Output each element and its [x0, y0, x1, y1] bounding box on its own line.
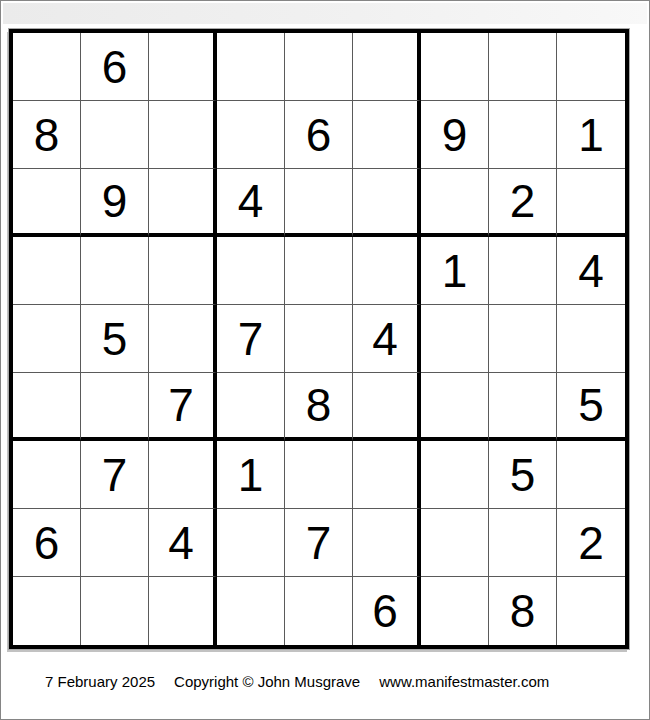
cell-r5c5 — [285, 305, 353, 373]
cell-r8c1: 6 — [13, 509, 81, 577]
cell-r2c2 — [81, 101, 149, 169]
cell-r4c1 — [13, 237, 81, 305]
cell-r6c5: 8 — [285, 373, 353, 441]
cell-r6c9: 5 — [557, 373, 625, 441]
cell-r9c9 — [557, 577, 625, 645]
cell-r7c7 — [421, 441, 489, 509]
cell-r8c5: 7 — [285, 509, 353, 577]
footer: 7 February 2025Copyright © John Musgrave… — [45, 673, 549, 690]
cell-r4c2 — [81, 237, 149, 305]
cell-r5c4: 7 — [217, 305, 285, 373]
cell-r9c8: 8 — [489, 577, 557, 645]
cell-r8c9: 2 — [557, 509, 625, 577]
cell-r9c4 — [217, 577, 285, 645]
cell-r8c2 — [81, 509, 149, 577]
cell-r4c6 — [353, 237, 421, 305]
cell-r7c9 — [557, 441, 625, 509]
cell-r1c7 — [421, 33, 489, 101]
cell-r1c3 — [149, 33, 217, 101]
cell-r2c4 — [217, 101, 285, 169]
cell-r3c2: 9 — [81, 169, 149, 237]
cell-r1c9 — [557, 33, 625, 101]
cell-r1c8 — [489, 33, 557, 101]
cell-r3c7 — [421, 169, 489, 237]
cell-r2c5: 6 — [285, 101, 353, 169]
cell-r2c1: 8 — [13, 101, 81, 169]
sudoku-board: 6869194214574785715647268 — [9, 29, 629, 649]
cell-r7c6 — [353, 441, 421, 509]
cell-r8c4 — [217, 509, 285, 577]
cell-r4c5 — [285, 237, 353, 305]
cell-r3c3 — [149, 169, 217, 237]
cell-r6c8 — [489, 373, 557, 441]
cell-r7c5 — [285, 441, 353, 509]
cell-r5c2: 5 — [81, 305, 149, 373]
cell-r1c6 — [353, 33, 421, 101]
cell-r9c3 — [149, 577, 217, 645]
cell-r3c1 — [13, 169, 81, 237]
cell-r4c8 — [489, 237, 557, 305]
cell-r9c1 — [13, 577, 81, 645]
footer-date: 7 February 2025 — [45, 673, 155, 690]
cell-r1c5 — [285, 33, 353, 101]
cell-r6c4 — [217, 373, 285, 441]
cell-r2c9: 1 — [557, 101, 625, 169]
cell-r8c8 — [489, 509, 557, 577]
puzzle-page: 6869194214574785715647268 7 February 202… — [0, 0, 650, 720]
cell-r9c2 — [81, 577, 149, 645]
cell-r5c6: 4 — [353, 305, 421, 373]
cell-r7c4: 1 — [217, 441, 285, 509]
cell-r8c3: 4 — [149, 509, 217, 577]
cell-r2c8 — [489, 101, 557, 169]
cell-r1c2: 6 — [81, 33, 149, 101]
cell-r3c8: 2 — [489, 169, 557, 237]
cell-r4c7: 1 — [421, 237, 489, 305]
cell-r7c3 — [149, 441, 217, 509]
cell-r2c7: 9 — [421, 101, 489, 169]
cell-r5c9 — [557, 305, 625, 373]
titlebar — [3, 3, 647, 24]
cell-r7c2: 7 — [81, 441, 149, 509]
cell-r7c8: 5 — [489, 441, 557, 509]
cell-r6c2 — [81, 373, 149, 441]
cell-r8c6 — [353, 509, 421, 577]
cell-r9c6: 6 — [353, 577, 421, 645]
footer-url: www.manifestmaster.com — [379, 673, 549, 690]
cell-r6c7 — [421, 373, 489, 441]
cell-r4c9: 4 — [557, 237, 625, 305]
cell-r2c3 — [149, 101, 217, 169]
cell-r1c4 — [217, 33, 285, 101]
cell-r3c6 — [353, 169, 421, 237]
cell-r8c7 — [421, 509, 489, 577]
cell-r6c6 — [353, 373, 421, 441]
cell-r5c8 — [489, 305, 557, 373]
cell-r4c4 — [217, 237, 285, 305]
cell-r1c1 — [13, 33, 81, 101]
cell-r3c9 — [557, 169, 625, 237]
cell-r5c3 — [149, 305, 217, 373]
cell-r9c5 — [285, 577, 353, 645]
cell-r7c1 — [13, 441, 81, 509]
cell-r3c4: 4 — [217, 169, 285, 237]
footer-copyright: Copyright © John Musgrave — [174, 673, 360, 690]
cell-r9c7 — [421, 577, 489, 645]
cell-r2c6 — [353, 101, 421, 169]
cell-r5c7 — [421, 305, 489, 373]
cell-r4c3 — [149, 237, 217, 305]
cell-r5c1 — [13, 305, 81, 373]
cell-r3c5 — [285, 169, 353, 237]
cell-r6c1 — [13, 373, 81, 441]
cell-r6c3: 7 — [149, 373, 217, 441]
